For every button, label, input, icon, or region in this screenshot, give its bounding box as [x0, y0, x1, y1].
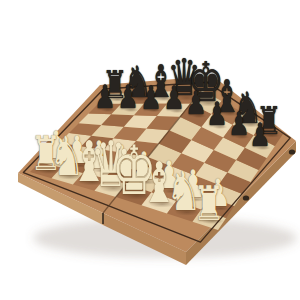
latch-knob-2 [243, 195, 249, 200]
chessboard [0, 0, 300, 300]
product-photo-chess-set: Wooden folding chess set photographed on… [0, 0, 300, 300]
latch-knob-1 [289, 149, 295, 154]
